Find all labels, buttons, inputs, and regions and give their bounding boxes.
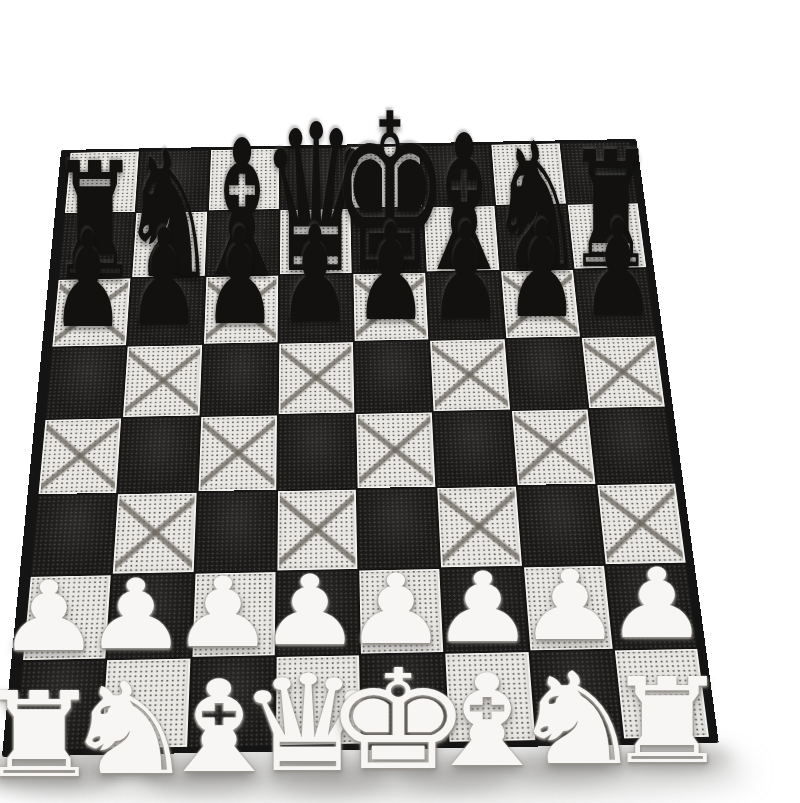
square-g5[interactable] (506, 338, 587, 410)
square-b4[interactable] (118, 417, 199, 493)
black-pawn-glyph: ♟ (430, 205, 503, 339)
square-d5[interactable] (278, 342, 354, 414)
white-pawn-b2[interactable]: ♟ (89, 559, 183, 664)
square-a4[interactable] (39, 418, 122, 494)
black-pawn-glyph: ♟ (52, 213, 125, 347)
square-e5[interactable] (355, 341, 432, 413)
black-pawn-glyph: ♟ (581, 202, 654, 336)
square-e4[interactable] (356, 412, 435, 488)
white-rook-glyph: ♜ (604, 663, 730, 781)
black-pawn-f7[interactable]: ♟ (427, 249, 507, 338)
square-h4[interactable] (589, 408, 675, 484)
black-pawn-glyph: ♟ (203, 210, 276, 344)
black-pawn-b7[interactable]: ♟ (124, 256, 204, 345)
black-pawn-h7[interactable]: ♟ (578, 246, 658, 335)
white-pawn-h2[interactable]: ♟ (610, 548, 704, 653)
square-a5[interactable] (46, 346, 126, 418)
square-c5[interactable] (201, 344, 277, 416)
chess-photo-stage: ♜♞♝♛♚♝♞♜♟♟♟♟♟♟♟♟♟♟♟♟♟♟♟♟♜♞♝♛♚♝♞♜ (0, 0, 800, 803)
black-pawn-c7[interactable]: ♟ (200, 254, 280, 343)
square-c4[interactable] (198, 415, 277, 491)
square-h5[interactable] (582, 336, 665, 408)
white-pawn-glyph: ♟ (606, 556, 710, 653)
square-f4[interactable] (434, 411, 516, 487)
square-b5[interactable] (123, 345, 201, 417)
black-pawn-e7[interactable]: ♟ (351, 251, 431, 340)
black-pawn-glyph: ♟ (505, 203, 578, 337)
black-pawn-d7[interactable]: ♟ (275, 253, 355, 342)
black-pawn-glyph: ♟ (354, 207, 427, 341)
black-pawn-a7[interactable]: ♟ (48, 257, 128, 346)
white-rook-h1[interactable]: ♜ (609, 653, 724, 781)
white-pawn-g2[interactable]: ♟ (523, 549, 617, 654)
square-f5[interactable] (430, 339, 509, 411)
square-g4[interactable] (511, 410, 595, 486)
white-pawn-a2[interactable]: ♟ (2, 560, 96, 665)
square-d4[interactable] (278, 414, 356, 490)
black-pawn-glyph: ♟ (127, 211, 200, 345)
black-pawn-glyph: ♟ (278, 208, 351, 342)
black-pawn-g7[interactable]: ♟ (502, 248, 582, 337)
